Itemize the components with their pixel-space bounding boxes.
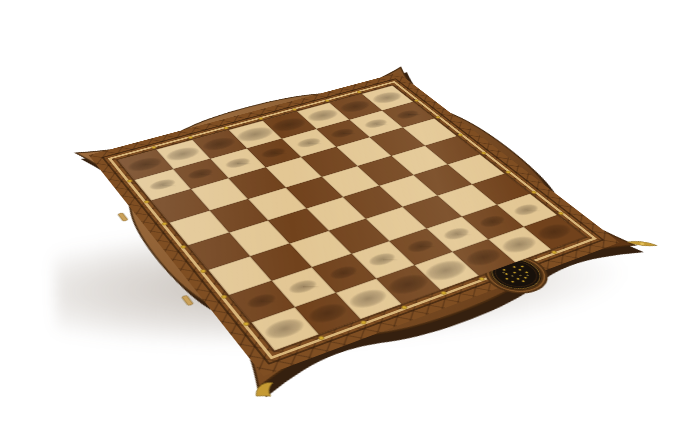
product-photo-scene: ♜♝♞♚♛♞♝♜♟♟♟♟♟♟♟♟♟♟♟♟♟♟♟♟♜♞♝♛♚♞♝♜ [0, 0, 680, 425]
piece-glyph: ♟ [118, 147, 207, 189]
board-plane: ♜♝♞♚♛♞♝♜♟♟♟♟♟♟♟♟♟♟♟♟♟♟♟♟♜♞♝♛♚♞♝♜ [48, 56, 667, 414]
brass-clasp [627, 240, 657, 247]
piece-glyph: ♜ [232, 275, 337, 333]
